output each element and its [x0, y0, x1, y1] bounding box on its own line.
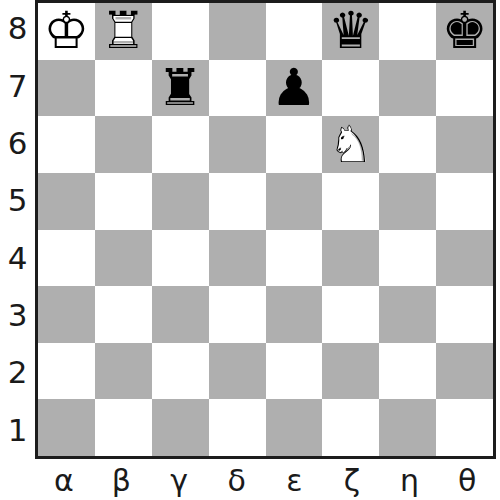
- square-a6[interactable]: [38, 116, 95, 173]
- square-c6[interactable]: [152, 116, 209, 173]
- square-e6[interactable]: [266, 116, 323, 173]
- square-g1[interactable]: [379, 399, 436, 456]
- rank-label-6: 6: [0, 115, 35, 172]
- square-b8[interactable]: ♜♖: [95, 3, 152, 60]
- square-d5[interactable]: [209, 173, 266, 230]
- square-g3[interactable]: [379, 286, 436, 343]
- square-c1[interactable]: [152, 399, 209, 456]
- black-king-icon: ♚: [436, 3, 493, 59]
- square-g7[interactable]: [379, 60, 436, 117]
- rank-label-5: 5: [0, 172, 35, 229]
- file-label-b: β: [93, 459, 151, 500]
- white-king-glyph: ♔: [44, 3, 90, 60]
- square-d3[interactable]: [209, 286, 266, 343]
- square-h1[interactable]: [436, 399, 493, 456]
- white-rook-icon: ♜♖: [95, 3, 152, 59]
- square-h2[interactable]: [436, 343, 493, 400]
- chess-diagram: 87654321 ♚♔♜♖♛♚♜♟♞♘ αβγδεζηθ: [0, 0, 500, 500]
- square-g5[interactable]: [379, 173, 436, 230]
- square-a8[interactable]: ♚♔: [38, 3, 95, 60]
- square-g2[interactable]: [379, 343, 436, 400]
- square-e7[interactable]: ♟: [266, 60, 323, 117]
- square-f7[interactable]: [322, 60, 379, 117]
- square-e8[interactable]: [266, 3, 323, 60]
- black-pawn-icon: ♟: [266, 60, 323, 116]
- square-a5[interactable]: [38, 173, 95, 230]
- square-b6[interactable]: [95, 116, 152, 173]
- square-g8[interactable]: [379, 3, 436, 60]
- square-d7[interactable]: [209, 60, 266, 117]
- square-d4[interactable]: [209, 230, 266, 287]
- square-d6[interactable]: [209, 116, 266, 173]
- rank-label-7: 7: [0, 57, 35, 114]
- black-pawn-glyph: ♟: [271, 60, 317, 117]
- black-queen-glyph: ♛: [328, 3, 374, 60]
- square-a1[interactable]: [38, 399, 95, 456]
- square-h6[interactable]: [436, 116, 493, 173]
- square-b1[interactable]: [95, 399, 152, 456]
- file-label-h: θ: [438, 459, 496, 500]
- square-a2[interactable]: [38, 343, 95, 400]
- square-c3[interactable]: [152, 286, 209, 343]
- square-f6[interactable]: ♞♘: [322, 116, 379, 173]
- square-d8[interactable]: [209, 3, 266, 60]
- square-a3[interactable]: [38, 286, 95, 343]
- square-f1[interactable]: [322, 399, 379, 456]
- rank-label-3: 3: [0, 287, 35, 344]
- rank-labels: 87654321: [0, 0, 35, 459]
- square-g6[interactable]: [379, 116, 436, 173]
- file-labels: αβγδεζηθ: [35, 459, 496, 500]
- white-king-icon: ♚♔: [38, 3, 95, 59]
- chess-board: ♚♔♜♖♛♚♜♟♞♘: [35, 0, 496, 459]
- square-h5[interactable]: [436, 173, 493, 230]
- rank-label-8: 8: [0, 0, 35, 57]
- black-rook-glyph: ♜: [157, 60, 203, 117]
- file-label-g: η: [381, 459, 439, 500]
- file-label-d: δ: [208, 459, 266, 500]
- square-f8[interactable]: ♛: [322, 3, 379, 60]
- file-label-a: α: [35, 459, 93, 500]
- square-h4[interactable]: [436, 230, 493, 287]
- square-e1[interactable]: [266, 399, 323, 456]
- square-b3[interactable]: [95, 286, 152, 343]
- square-d2[interactable]: [209, 343, 266, 400]
- black-queen-icon: ♛: [322, 3, 379, 59]
- square-g4[interactable]: [379, 230, 436, 287]
- square-a7[interactable]: [38, 60, 95, 117]
- white-knight-glyph: ♘: [328, 116, 374, 173]
- square-c4[interactable]: [152, 230, 209, 287]
- white-rook-glyph: ♖: [100, 3, 146, 60]
- square-e5[interactable]: [266, 173, 323, 230]
- square-c2[interactable]: [152, 343, 209, 400]
- square-e3[interactable]: [266, 286, 323, 343]
- square-f2[interactable]: [322, 343, 379, 400]
- square-c7[interactable]: ♜: [152, 60, 209, 117]
- rank-label-1: 1: [0, 402, 35, 459]
- square-f3[interactable]: [322, 286, 379, 343]
- file-label-c: γ: [150, 459, 208, 500]
- square-d1[interactable]: [209, 399, 266, 456]
- file-label-e: ε: [266, 459, 324, 500]
- square-f5[interactable]: [322, 173, 379, 230]
- square-b5[interactable]: [95, 173, 152, 230]
- square-e2[interactable]: [266, 343, 323, 400]
- square-f4[interactable]: [322, 230, 379, 287]
- file-label-f: ζ: [323, 459, 381, 500]
- black-king-glyph: ♚: [442, 3, 488, 60]
- square-c5[interactable]: [152, 173, 209, 230]
- square-h7[interactable]: [436, 60, 493, 117]
- white-knight-icon: ♞♘: [322, 117, 379, 173]
- black-rook-icon: ♜: [152, 60, 209, 116]
- square-b7[interactable]: [95, 60, 152, 117]
- square-c8[interactable]: [152, 3, 209, 60]
- rank-label-2: 2: [0, 344, 35, 401]
- rank-label-4: 4: [0, 230, 35, 287]
- square-e4[interactable]: [266, 230, 323, 287]
- square-a4[interactable]: [38, 230, 95, 287]
- square-h3[interactable]: [436, 286, 493, 343]
- square-b2[interactable]: [95, 343, 152, 400]
- square-h8[interactable]: ♚: [436, 3, 493, 60]
- square-b4[interactable]: [95, 230, 152, 287]
